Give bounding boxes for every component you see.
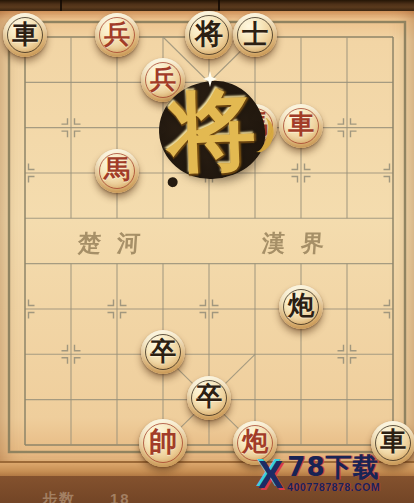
check-effect-overlay: 将 xyxy=(157,78,268,181)
piece-black-炮[interactable]: 炮 xyxy=(279,285,323,329)
piece-black-将[interactable]: 将 xyxy=(185,11,233,59)
piece-black-卒[interactable]: 卒 xyxy=(187,376,231,420)
piece-red-帥[interactable]: 帥 xyxy=(139,419,187,467)
steps-counter: 步数18 xyxy=(42,490,131,503)
piece-glyph: 卒 xyxy=(196,379,222,414)
piece-red-車[interactable]: 車 xyxy=(279,104,323,148)
board-grid xyxy=(0,0,414,503)
watermark-title: 78下载 xyxy=(287,453,379,481)
piece-black-卒[interactable]: 卒 xyxy=(141,330,185,374)
piece-glyph: 卒 xyxy=(150,334,176,369)
watermark-phone: 4007787878.COM xyxy=(287,481,380,493)
watermark: X 78下载 4007787878.COM xyxy=(258,453,414,503)
piece-glyph: 帥 xyxy=(149,423,177,461)
piece-glyph: 炮 xyxy=(288,288,314,323)
piece-glyph: 車 xyxy=(12,17,38,52)
piece-black-車[interactable]: 車 xyxy=(3,13,47,57)
check-gold-character: 将 xyxy=(166,84,257,175)
piece-glyph: 士 xyxy=(242,17,268,52)
piece-glyph: 車 xyxy=(288,107,314,142)
piece-black-士[interactable]: 士 xyxy=(233,13,277,57)
watermark-x-logo-icon: X xyxy=(258,453,283,497)
river-label-chu-he: 楚河 xyxy=(77,228,157,258)
river-label-han-jie: 漢界 xyxy=(261,228,341,258)
piece-red-兵[interactable]: 兵 xyxy=(95,13,139,57)
piece-red-馬[interactable]: 馬 xyxy=(95,149,139,193)
steps-label: 步数 xyxy=(42,490,76,503)
piece-glyph: 馬 xyxy=(104,152,130,187)
piece-glyph: 兵 xyxy=(104,17,130,52)
steps-value: 18 xyxy=(110,490,131,503)
xiangqi-game-screen: 楚河 漢界 車兵将士兵馬車馬炮卒卒帥炮車 将 步数18 X 78下载 40077… xyxy=(0,0,414,503)
piece-glyph: 将 xyxy=(195,15,223,53)
